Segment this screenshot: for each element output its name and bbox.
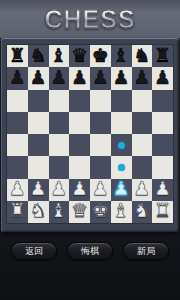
square-c2[interactable]: ♟ [49, 179, 70, 201]
black-knight-g8: ♞ [133, 46, 150, 65]
square-a8[interactable]: ♜ [7, 45, 28, 67]
black-bishop-f8: ♝ [113, 46, 130, 65]
black-bishop-c8: ♝ [50, 46, 67, 65]
square-d3[interactable] [69, 156, 90, 178]
undo-button[interactable]: 悔棋 [67, 242, 113, 260]
white-pawn-g2: ♟ [133, 179, 150, 198]
square-c6[interactable] [49, 90, 70, 112]
white-rook-h1: ♜ [154, 201, 171, 220]
white-pawn-c2: ♟ [50, 179, 67, 198]
square-b3[interactable] [28, 156, 49, 178]
black-pawn-h7: ♟ [154, 68, 171, 87]
square-g5[interactable] [132, 112, 153, 134]
square-a5[interactable] [7, 112, 28, 134]
white-queen-d1: ♛ [71, 201, 88, 220]
square-d7[interactable]: ♟ [69, 67, 90, 89]
black-pawn-c7: ♟ [50, 68, 67, 87]
square-a3[interactable] [7, 156, 28, 178]
move-hint-dot-f4[interactable] [118, 142, 125, 149]
square-h6[interactable] [152, 90, 173, 112]
square-c3[interactable] [49, 156, 70, 178]
square-d1[interactable]: ♛ [69, 201, 90, 223]
square-d8[interactable]: ♛ [69, 45, 90, 67]
square-c5[interactable] [49, 112, 70, 134]
square-b7[interactable]: ♟ [28, 67, 49, 89]
square-a2[interactable]: ♟ [7, 179, 28, 201]
square-f5[interactable] [111, 112, 132, 134]
back-button[interactable]: 返回 [11, 242, 57, 260]
square-g1[interactable]: ♞ [132, 201, 153, 223]
black-king-e8: ♚ [92, 46, 109, 65]
square-b1[interactable]: ♞ [28, 201, 49, 223]
app-title: CHESS [44, 5, 135, 34]
square-e4[interactable] [90, 134, 111, 156]
black-knight-b8: ♞ [30, 46, 47, 65]
white-pawn-d2: ♟ [71, 179, 88, 198]
chess-board: ♜♞♝♛♚♝♞♜♟♟♟♟♟♟♟♟♟♟♟♟♟♟♟♟♜♞♝♛♚♝♞♜ [7, 45, 173, 223]
square-e1[interactable]: ♚ [90, 201, 111, 223]
square-d4[interactable] [69, 134, 90, 156]
square-a1[interactable]: ♜ [7, 201, 28, 223]
square-d6[interactable] [69, 90, 90, 112]
white-pawn-a2: ♟ [9, 179, 26, 198]
square-g3[interactable] [132, 156, 153, 178]
square-b5[interactable] [28, 112, 49, 134]
square-h7[interactable]: ♟ [152, 67, 173, 89]
black-pawn-a7: ♟ [9, 68, 26, 87]
black-pawn-g7: ♟ [133, 68, 150, 87]
black-rook-a8: ♜ [9, 46, 26, 65]
square-a4[interactable] [7, 134, 28, 156]
white-pawn-h2: ♟ [154, 179, 171, 198]
square-g6[interactable] [132, 90, 153, 112]
square-b8[interactable]: ♞ [28, 45, 49, 67]
square-f8[interactable]: ♝ [111, 45, 132, 67]
black-pawn-d7: ♟ [71, 68, 88, 87]
square-f6[interactable] [111, 90, 132, 112]
square-f2[interactable]: ♟ [111, 179, 132, 201]
square-g4[interactable] [132, 134, 153, 156]
square-f1[interactable]: ♝ [111, 201, 132, 223]
square-e5[interactable] [90, 112, 111, 134]
square-d5[interactable] [69, 112, 90, 134]
square-e6[interactable] [90, 90, 111, 112]
square-g7[interactable]: ♟ [132, 67, 153, 89]
square-c8[interactable]: ♝ [49, 45, 70, 67]
square-g8[interactable]: ♞ [132, 45, 153, 67]
square-b4[interactable] [28, 134, 49, 156]
header: CHESS [0, 0, 180, 38]
white-knight-b1: ♞ [30, 201, 47, 220]
square-c7[interactable]: ♟ [49, 67, 70, 89]
white-king-e1: ♚ [92, 201, 109, 220]
square-h2[interactable]: ♟ [152, 179, 173, 201]
square-h4[interactable] [152, 134, 173, 156]
square-a6[interactable] [7, 90, 28, 112]
black-pawn-b7: ♟ [30, 68, 47, 87]
white-knight-g1: ♞ [133, 201, 150, 220]
square-f4[interactable] [111, 134, 132, 156]
square-e3[interactable] [90, 156, 111, 178]
square-h3[interactable] [152, 156, 173, 178]
square-g2[interactable]: ♟ [132, 179, 153, 201]
square-e7[interactable]: ♟ [90, 67, 111, 89]
square-c4[interactable] [49, 134, 70, 156]
white-pawn-f2: ♟ [113, 179, 130, 198]
white-pawn-b2: ♟ [30, 179, 47, 198]
square-b2[interactable]: ♟ [28, 179, 49, 201]
square-e8[interactable]: ♚ [90, 45, 111, 67]
square-f7[interactable]: ♟ [111, 67, 132, 89]
square-h1[interactable]: ♜ [152, 201, 173, 223]
black-queen-d8: ♛ [71, 46, 88, 65]
square-f3[interactable] [111, 156, 132, 178]
button-bar: 返回 悔棋 新局 [0, 242, 180, 262]
new-game-button[interactable]: 新局 [123, 242, 169, 260]
square-b6[interactable] [28, 90, 49, 112]
square-e2[interactable]: ♟ [90, 179, 111, 201]
square-c1[interactable]: ♝ [49, 201, 70, 223]
white-rook-a1: ♜ [9, 201, 26, 220]
black-pawn-e7: ♟ [92, 68, 109, 87]
black-rook-h8: ♜ [154, 46, 171, 65]
move-hint-dot-f3[interactable] [118, 164, 125, 171]
square-a7[interactable]: ♟ [7, 67, 28, 89]
white-bishop-c1: ♝ [50, 201, 67, 220]
square-h8[interactable]: ♜ [152, 45, 173, 67]
chess-app-screen: CHESS ♜♞♝♛♚♝♞♜♟♟♟♟♟♟♟♟♟♟♟♟♟♟♟♟♜♞♝♛♚♝♞♜ 返… [0, 0, 180, 300]
square-d2[interactable]: ♟ [69, 179, 90, 201]
board-frame: ♜♞♝♛♚♝♞♜♟♟♟♟♟♟♟♟♟♟♟♟♟♟♟♟♜♞♝♛♚♝♞♜ [1, 38, 179, 232]
black-pawn-f7: ♟ [113, 68, 130, 87]
white-pawn-e2: ♟ [92, 179, 109, 198]
white-bishop-f1: ♝ [113, 201, 130, 220]
square-h5[interactable] [152, 112, 173, 134]
